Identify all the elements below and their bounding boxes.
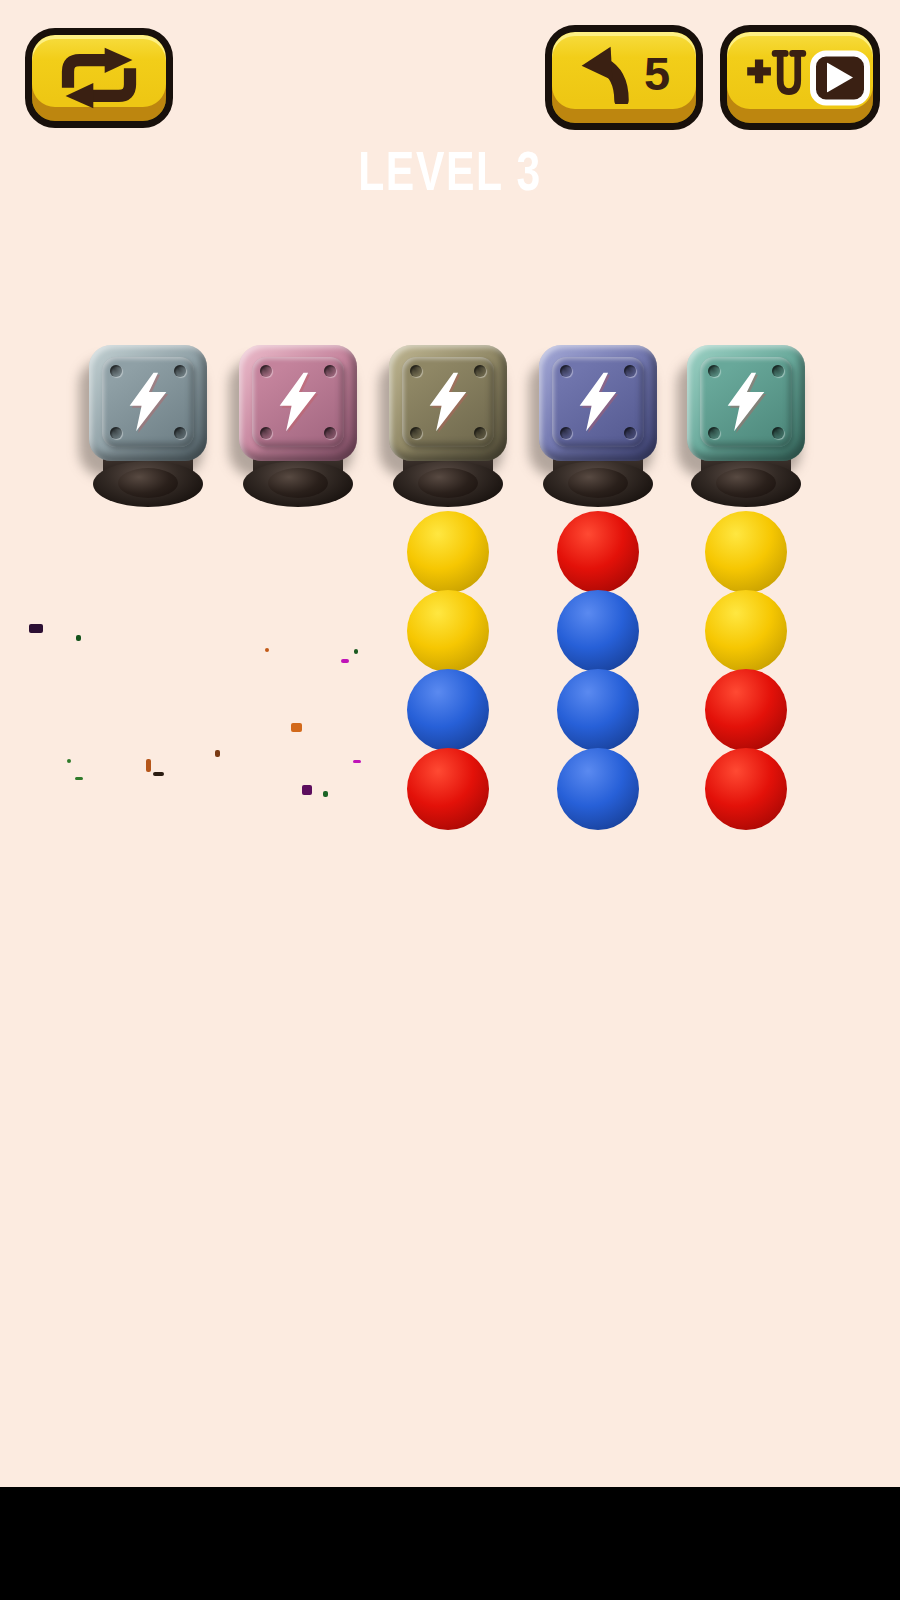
dispenser-spout [93, 461, 203, 507]
screw-icon [260, 427, 272, 439]
screw-icon [474, 427, 486, 439]
lightning-bolt-icon [576, 372, 620, 432]
spout-dome [268, 468, 328, 498]
confetti-particle [353, 760, 361, 763]
screw-icon [772, 365, 784, 377]
confetti-particle [265, 648, 269, 652]
dispenser-spout [543, 461, 653, 507]
ball-blue[interactable] [557, 669, 639, 751]
spout-dome [118, 468, 178, 498]
ball-blue[interactable] [557, 748, 639, 830]
dispenser-cap-slate-gray[interactable] [89, 345, 207, 461]
screw-icon [174, 365, 186, 377]
screw-icon [410, 365, 422, 377]
tube-2[interactable] [223, 345, 373, 845]
dispenser-cap-teal[interactable] [687, 345, 805, 461]
confetti-particle [75, 777, 83, 780]
screw-icon [708, 365, 720, 377]
board [0, 0, 900, 1600]
screw-icon [772, 427, 784, 439]
ball-yellow[interactable] [407, 590, 489, 672]
screw-icon [260, 365, 272, 377]
ball-blue[interactable] [407, 669, 489, 751]
dispenser-cap-indigo[interactable] [539, 345, 657, 461]
spout-dome [568, 468, 628, 498]
ball-yellow[interactable] [407, 511, 489, 593]
cap-plate [402, 357, 494, 447]
tube-5[interactable] [671, 345, 821, 845]
dispenser-cap-pink[interactable] [239, 345, 357, 461]
screw-icon [624, 427, 636, 439]
confetti-particle [215, 750, 220, 757]
lightning-bolt-icon [724, 372, 768, 432]
confetti-particle [302, 785, 312, 795]
ball-red[interactable] [705, 748, 787, 830]
cap-plate [552, 357, 644, 447]
spout-dome [716, 468, 776, 498]
screw-icon [624, 365, 636, 377]
screw-icon [324, 427, 336, 439]
confetti-particle [291, 723, 302, 732]
spout-dome [418, 468, 478, 498]
bottom-bar [0, 1487, 900, 1600]
lightning-bolt-icon [426, 372, 470, 432]
confetti-particle [153, 772, 164, 776]
ball-red[interactable] [705, 669, 787, 751]
ball-yellow[interactable] [705, 511, 787, 593]
ball-red[interactable] [407, 748, 489, 830]
screw-icon [410, 427, 422, 439]
screw-icon [324, 365, 336, 377]
screw-icon [174, 427, 186, 439]
confetti-particle [323, 791, 328, 797]
screw-icon [474, 365, 486, 377]
tube-3[interactable] [373, 345, 523, 845]
confetti-particle [76, 635, 81, 641]
lightning-bolt-icon [276, 372, 320, 432]
confetti-particle [341, 659, 349, 663]
confetti-particle [67, 759, 71, 763]
dispenser-spout [243, 461, 353, 507]
tube-4[interactable] [523, 345, 673, 845]
screw-icon [110, 427, 122, 439]
lightning-bolt-icon [126, 372, 170, 432]
ball-yellow[interactable] [705, 590, 787, 672]
cap-plate [252, 357, 344, 447]
screw-icon [560, 365, 572, 377]
ball-red[interactable] [557, 511, 639, 593]
dispenser-spout [691, 461, 801, 507]
dispenser-cap-olive[interactable] [389, 345, 507, 461]
dispenser-spout [393, 461, 503, 507]
confetti-particle [354, 649, 358, 654]
confetti-particle [146, 759, 151, 772]
screw-icon [708, 427, 720, 439]
cap-plate [102, 357, 194, 447]
ball-blue[interactable] [557, 590, 639, 672]
cap-plate [700, 357, 792, 447]
screw-icon [110, 365, 122, 377]
screw-icon [560, 427, 572, 439]
confetti-particle [29, 624, 43, 633]
